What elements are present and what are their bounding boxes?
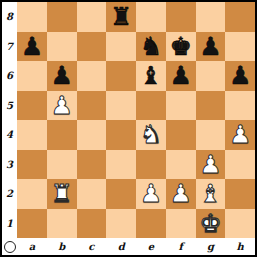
black-pawn-h6: ♟ (229, 63, 251, 88)
black-pawn-b6: ♟ (50, 63, 72, 88)
square-a7[interactable]: ♟ (17, 32, 47, 62)
square-c7[interactable] (77, 32, 107, 62)
square-h7[interactable] (225, 32, 255, 62)
white-bishop-g2: ♝ (199, 181, 221, 206)
file-label-h: h (225, 238, 255, 255)
square-e6[interactable]: ♝ (136, 61, 166, 91)
square-c5[interactable] (77, 91, 107, 121)
square-c4[interactable] (77, 120, 107, 150)
white-pawn-g3: ♟ (199, 152, 221, 177)
file-label-d: d (106, 238, 136, 255)
square-g1[interactable]: ♚ (196, 209, 226, 239)
square-c8[interactable] (77, 2, 107, 32)
square-e2[interactable]: ♟ (136, 179, 166, 209)
square-h2[interactable] (225, 179, 255, 209)
square-b5[interactable]: ♟ (47, 91, 77, 121)
square-b4[interactable] (47, 120, 77, 150)
square-g3[interactable]: ♟ (196, 150, 226, 180)
black-pawn-a7: ♟ (21, 34, 43, 59)
square-d6[interactable] (106, 61, 136, 91)
square-b6[interactable]: ♟ (47, 61, 77, 91)
rank-label-7: 7 (2, 32, 17, 62)
square-h3[interactable] (225, 150, 255, 180)
black-bishop-e6: ♝ (140, 63, 162, 88)
white-rook-b2: ♜ (50, 181, 72, 206)
rank-label-3: 3 (2, 150, 17, 180)
white-king-g1: ♚ (199, 211, 221, 236)
rank-label-5: 5 (2, 91, 17, 121)
file-label-e: e (136, 238, 166, 255)
rank-label-1: 1 (2, 209, 17, 239)
chessboard: ♜♟♞♚♟♟♝♟♟♟♞♟♟♜♟♟♝♚ (17, 2, 255, 238)
black-rook-d8: ♜ (110, 4, 132, 29)
square-e3[interactable] (136, 150, 166, 180)
square-f5[interactable] (166, 91, 196, 121)
rank-labels: 87654321 (2, 2, 17, 238)
black-king-f7: ♚ (169, 34, 191, 59)
white-to-move-icon (4, 241, 16, 253)
square-e7[interactable]: ♞ (136, 32, 166, 62)
square-c1[interactable] (77, 209, 107, 239)
square-c6[interactable] (77, 61, 107, 91)
square-h8[interactable] (225, 2, 255, 32)
square-g5[interactable] (196, 91, 226, 121)
file-labels: abcdefgh (17, 238, 255, 255)
square-c2[interactable] (77, 179, 107, 209)
square-f8[interactable] (166, 2, 196, 32)
square-h4[interactable]: ♟ (225, 120, 255, 150)
square-a1[interactable] (17, 209, 47, 239)
square-g7[interactable]: ♟ (196, 32, 226, 62)
square-f6[interactable]: ♟ (166, 61, 196, 91)
file-label-f: f (166, 238, 196, 255)
square-e4[interactable]: ♞ (136, 120, 166, 150)
square-b1[interactable] (47, 209, 77, 239)
rank-label-6: 6 (2, 61, 17, 91)
square-h6[interactable]: ♟ (225, 61, 255, 91)
chess-diagram: 87654321 ♜♟♞♚♟♟♝♟♟♟♞♟♟♜♟♟♝♚ abcdefgh (0, 0, 257, 257)
square-a2[interactable] (17, 179, 47, 209)
square-h1[interactable] (225, 209, 255, 239)
rank-label-4: 4 (2, 120, 17, 150)
black-pawn-g7: ♟ (199, 34, 221, 59)
square-b8[interactable] (47, 2, 77, 32)
square-g4[interactable] (196, 120, 226, 150)
white-knight-e4: ♞ (140, 122, 162, 147)
square-e1[interactable] (136, 209, 166, 239)
file-label-g: g (196, 238, 226, 255)
square-d4[interactable] (106, 120, 136, 150)
square-f2[interactable]: ♟ (166, 179, 196, 209)
file-label-c: c (77, 238, 107, 255)
square-g8[interactable] (196, 2, 226, 32)
square-b2[interactable]: ♜ (47, 179, 77, 209)
white-pawn-b5: ♟ (50, 93, 72, 118)
square-d2[interactable] (106, 179, 136, 209)
white-pawn-e2: ♟ (140, 181, 162, 206)
white-pawn-f2: ♟ (169, 181, 191, 206)
square-d3[interactable] (106, 150, 136, 180)
rank-label-8: 8 (2, 2, 17, 32)
file-label-a: a (17, 238, 47, 255)
file-label-b: b (47, 238, 77, 255)
side-to-move-corner (2, 238, 17, 255)
square-f3[interactable] (166, 150, 196, 180)
square-a5[interactable] (17, 91, 47, 121)
black-knight-e7: ♞ (140, 34, 162, 59)
square-d5[interactable] (106, 91, 136, 121)
square-a4[interactable] (17, 120, 47, 150)
square-e5[interactable] (136, 91, 166, 121)
square-f7[interactable]: ♚ (166, 32, 196, 62)
square-f4[interactable] (166, 120, 196, 150)
rank-label-2: 2 (2, 179, 17, 209)
square-d8[interactable]: ♜ (106, 2, 136, 32)
square-d7[interactable] (106, 32, 136, 62)
square-g2[interactable]: ♝ (196, 179, 226, 209)
black-pawn-f6: ♟ (169, 63, 191, 88)
white-pawn-h4: ♟ (229, 122, 251, 147)
square-b7[interactable] (47, 32, 77, 62)
square-a8[interactable] (17, 2, 47, 32)
square-a3[interactable] (17, 150, 47, 180)
square-g6[interactable] (196, 61, 226, 91)
square-d1[interactable] (106, 209, 136, 239)
square-b3[interactable] (47, 150, 77, 180)
square-a6[interactable] (17, 61, 47, 91)
square-c3[interactable] (77, 150, 107, 180)
square-e8[interactable] (136, 2, 166, 32)
square-h5[interactable] (225, 91, 255, 121)
square-f1[interactable] (166, 209, 196, 239)
